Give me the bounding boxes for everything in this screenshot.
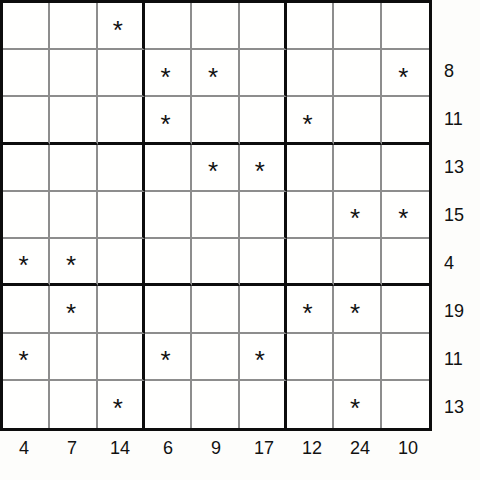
cell-r3c5[interactable] <box>192 97 239 144</box>
cell-r5c6[interactable] <box>240 192 287 239</box>
cell-r9c9[interactable] <box>382 381 429 428</box>
cell-r1c4[interactable] <box>145 3 192 50</box>
row-sum-label-5: 15 <box>432 192 480 240</box>
star-icon: * <box>161 64 171 90</box>
cell-r4c4[interactable] <box>145 145 192 192</box>
star-icon: * <box>66 300 76 326</box>
cell-r9c2[interactable] <box>50 381 97 428</box>
cell-r5c5[interactable] <box>192 192 239 239</box>
cell-r5c9[interactable]: * <box>382 192 429 239</box>
col-sum-label-7: 12 <box>288 431 336 480</box>
cell-r8c2[interactable] <box>50 334 97 381</box>
cell-r8c9[interactable] <box>382 334 429 381</box>
row-sum-label-9: 13 <box>432 383 480 431</box>
cell-r4c3[interactable] <box>98 145 145 192</box>
cell-r4c7[interactable] <box>287 145 334 192</box>
row-sum-label-7: 19 <box>432 287 480 335</box>
cell-r5c7[interactable] <box>287 192 334 239</box>
cell-r1c6[interactable] <box>240 3 287 50</box>
cell-r7c9[interactable] <box>382 286 429 333</box>
cell-r1c9[interactable] <box>382 3 429 50</box>
row-sum-label-8: 11 <box>432 335 480 383</box>
cell-r6c5[interactable] <box>192 239 239 286</box>
col-sums-row: 47146917122410 <box>0 431 432 480</box>
cell-r4c6[interactable]: * <box>240 145 287 192</box>
cell-r5c2[interactable] <box>50 192 97 239</box>
star-icon: * <box>113 17 123 43</box>
cell-r9c1[interactable] <box>3 381 50 428</box>
cell-r7c4[interactable] <box>145 286 192 333</box>
cell-r1c5[interactable] <box>192 3 239 50</box>
cell-r9c4[interactable] <box>145 381 192 428</box>
cell-r9c5[interactable] <box>192 381 239 428</box>
star-icon: * <box>255 347 265 373</box>
row-sum-label-3: 11 <box>432 96 480 144</box>
cell-r8c3[interactable] <box>98 334 145 381</box>
star-icon: * <box>350 205 360 231</box>
col-sum-label-6: 17 <box>240 431 288 480</box>
col-sum-label-9: 10 <box>384 431 432 480</box>
cell-r8c1[interactable]: * <box>3 334 50 381</box>
star-icon: * <box>66 252 76 278</box>
cell-r1c7[interactable] <box>287 3 334 50</box>
cell-r4c9[interactable] <box>382 145 429 192</box>
cell-r5c4[interactable] <box>145 192 192 239</box>
cell-r3c4[interactable]: * <box>145 97 192 144</box>
col-sum-label-8: 24 <box>336 431 384 480</box>
cell-r7c1[interactable] <box>3 286 50 333</box>
cell-r2c4[interactable]: * <box>145 50 192 97</box>
cell-r7c8[interactable]: * <box>334 286 381 333</box>
cell-r2c3[interactable] <box>98 50 145 97</box>
cell-r8c6[interactable]: * <box>240 334 287 381</box>
cell-r9c3[interactable]: * <box>98 381 145 428</box>
cell-r6c7[interactable] <box>287 239 334 286</box>
cell-r8c4[interactable]: * <box>145 334 192 381</box>
cell-r3c6[interactable] <box>240 97 287 144</box>
cell-r8c7[interactable] <box>287 334 334 381</box>
board: ******************** <box>0 0 432 431</box>
star-icon: * <box>161 347 171 373</box>
cell-r3c7[interactable]: * <box>287 97 334 144</box>
col-sum-label-4: 6 <box>144 431 192 480</box>
star-icon: * <box>208 64 218 90</box>
star-icon: * <box>350 300 360 326</box>
cell-r4c1[interactable] <box>3 145 50 192</box>
star-icon: * <box>19 347 29 373</box>
row-sum-label-6: 4 <box>432 239 480 287</box>
col-sum-label-5: 9 <box>192 431 240 480</box>
row-sum-label-2: 8 <box>432 48 480 96</box>
cell-r7c2[interactable]: * <box>50 286 97 333</box>
cell-r3c8[interactable] <box>334 97 381 144</box>
col-sum-label-3: 14 <box>96 431 144 480</box>
cell-r5c3[interactable] <box>98 192 145 239</box>
cell-r7c3[interactable] <box>98 286 145 333</box>
col-sum-label-2: 7 <box>48 431 96 480</box>
cell-r1c8[interactable] <box>334 3 381 50</box>
cell-r3c1[interactable] <box>3 97 50 144</box>
cell-r5c8[interactable]: * <box>334 192 381 239</box>
cell-r1c1[interactable] <box>3 3 50 50</box>
star-icon: * <box>19 252 29 278</box>
star-icon: * <box>398 205 408 231</box>
star-icon: * <box>161 111 171 137</box>
cell-r3c3[interactable] <box>98 97 145 144</box>
cell-r2c8[interactable] <box>334 50 381 97</box>
cell-r3c9[interactable] <box>382 97 429 144</box>
cell-r1c2[interactable] <box>50 3 97 50</box>
cell-r9c6[interactable] <box>240 381 287 428</box>
star-icon: * <box>398 64 408 90</box>
cell-r3c2[interactable] <box>50 97 97 144</box>
row-sum-label-1 <box>432 0 480 48</box>
cell-r7c7[interactable]: * <box>287 286 334 333</box>
cell-r2c7[interactable] <box>287 50 334 97</box>
cell-r2c9[interactable]: * <box>382 50 429 97</box>
star-icon: * <box>303 111 313 137</box>
cell-r6c2[interactable]: * <box>50 239 97 286</box>
star-icon: * <box>303 300 313 326</box>
cell-r6c1[interactable]: * <box>3 239 50 286</box>
star-icon: * <box>350 395 360 421</box>
cell-r9c8[interactable]: * <box>334 381 381 428</box>
cell-r4c2[interactable] <box>50 145 97 192</box>
star-icon: * <box>113 395 123 421</box>
cell-r6c3[interactable] <box>98 239 145 286</box>
row-sum-label-4: 13 <box>432 144 480 192</box>
cell-r9c7[interactable] <box>287 381 334 428</box>
cell-r1c3[interactable]: * <box>98 3 145 50</box>
star-icon: * <box>255 158 265 184</box>
cell-r6c4[interactable] <box>145 239 192 286</box>
cell-r7c6[interactable] <box>240 286 287 333</box>
cell-r7c5[interactable] <box>192 286 239 333</box>
cell-r4c5[interactable]: * <box>192 145 239 192</box>
cell-r8c5[interactable] <box>192 334 239 381</box>
cell-r2c5[interactable]: * <box>192 50 239 97</box>
cell-r6c8[interactable] <box>334 239 381 286</box>
cell-r2c6[interactable] <box>240 50 287 97</box>
cell-r2c2[interactable] <box>50 50 97 97</box>
row-sums-column: 81113154191113 <box>432 0 480 431</box>
cell-r8c8[interactable] <box>334 334 381 381</box>
puzzle-page: ******************** 81113154191113 4714… <box>0 0 480 480</box>
cell-r6c6[interactable] <box>240 239 287 286</box>
cell-r5c1[interactable] <box>3 192 50 239</box>
cell-r6c9[interactable] <box>382 239 429 286</box>
cell-r4c8[interactable] <box>334 145 381 192</box>
star-icon: * <box>208 158 218 184</box>
col-sum-label-1: 4 <box>0 431 48 480</box>
cell-r2c1[interactable] <box>3 50 50 97</box>
